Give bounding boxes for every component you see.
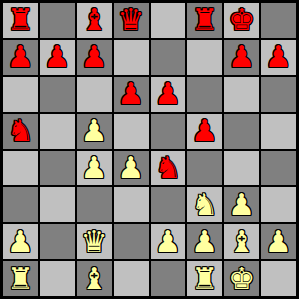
red-pawn-icon[interactable]: ♟ xyxy=(81,42,108,72)
square-f7[interactable] xyxy=(187,40,222,75)
yellow-pawn-icon[interactable]: ♟ xyxy=(81,153,108,183)
square-e8[interactable] xyxy=(151,3,186,38)
square-f6[interactable] xyxy=(187,77,222,112)
square-e3[interactable] xyxy=(151,187,186,222)
square-b4[interactable] xyxy=(40,151,75,186)
square-e6[interactable]: ♟ xyxy=(151,77,186,112)
square-e4[interactable]: ♞ xyxy=(151,151,186,186)
square-e1[interactable] xyxy=(151,261,186,296)
red-knight-icon[interactable]: ♞ xyxy=(7,116,34,146)
red-pawn-icon[interactable]: ♟ xyxy=(44,42,71,72)
yellow-pawn-icon[interactable]: ♟ xyxy=(118,153,145,183)
red-pawn-icon[interactable]: ♟ xyxy=(154,79,181,109)
square-b7[interactable]: ♟ xyxy=(40,40,75,75)
square-c1[interactable]: ♝ xyxy=(77,261,112,296)
square-h5[interactable] xyxy=(261,114,296,149)
square-g8[interactable]: ♚ xyxy=(224,3,259,38)
square-a6[interactable] xyxy=(3,77,38,112)
square-a2[interactable]: ♟ xyxy=(3,224,38,259)
chess-board: ♜♝♛♜♚♟♟♟♟♟♟♟♞♟♟♟♟♞♞♟♟♛♟♟♝♟♜♝♜♚ xyxy=(0,0,299,299)
square-c2[interactable]: ♛ xyxy=(77,224,112,259)
square-b5[interactable] xyxy=(40,114,75,149)
yellow-rook-icon[interactable]: ♜ xyxy=(191,264,218,294)
square-f2[interactable]: ♟ xyxy=(187,224,222,259)
red-rook-icon[interactable]: ♜ xyxy=(191,5,218,35)
square-g2[interactable]: ♝ xyxy=(224,224,259,259)
red-pawn-icon[interactable]: ♟ xyxy=(191,116,218,146)
square-h2[interactable]: ♟ xyxy=(261,224,296,259)
square-b8[interactable] xyxy=(40,3,75,38)
square-c4[interactable]: ♟ xyxy=(77,151,112,186)
square-h7[interactable]: ♟ xyxy=(261,40,296,75)
yellow-pawn-icon[interactable]: ♟ xyxy=(81,116,108,146)
red-pawn-icon[interactable]: ♟ xyxy=(228,42,255,72)
red-knight-icon[interactable]: ♞ xyxy=(154,153,181,183)
square-a1[interactable]: ♜ xyxy=(3,261,38,296)
square-g5[interactable] xyxy=(224,114,259,149)
yellow-pawn-icon[interactable]: ♟ xyxy=(265,227,292,257)
square-b3[interactable] xyxy=(40,187,75,222)
square-e5[interactable] xyxy=(151,114,186,149)
square-g7[interactable]: ♟ xyxy=(224,40,259,75)
square-b1[interactable] xyxy=(40,261,75,296)
yellow-pawn-icon[interactable]: ♟ xyxy=(191,227,218,257)
square-h1[interactable] xyxy=(261,261,296,296)
red-bishop-icon[interactable]: ♝ xyxy=(81,5,108,35)
square-a8[interactable]: ♜ xyxy=(3,3,38,38)
square-g4[interactable] xyxy=(224,151,259,186)
square-h3[interactable] xyxy=(261,187,296,222)
square-d6[interactable]: ♟ xyxy=(114,77,149,112)
square-h4[interactable] xyxy=(261,151,296,186)
square-e7[interactable] xyxy=(151,40,186,75)
red-pawn-icon[interactable]: ♟ xyxy=(7,42,34,72)
square-f3[interactable]: ♞ xyxy=(187,187,222,222)
square-g1[interactable]: ♚ xyxy=(224,261,259,296)
yellow-pawn-icon[interactable]: ♟ xyxy=(7,227,34,257)
red-queen-icon[interactable]: ♛ xyxy=(118,5,145,35)
red-rook-icon[interactable]: ♜ xyxy=(7,5,34,35)
red-king-icon[interactable]: ♚ xyxy=(228,5,255,35)
square-d4[interactable]: ♟ xyxy=(114,151,149,186)
yellow-bishop-icon[interactable]: ♝ xyxy=(81,264,108,294)
square-h6[interactable] xyxy=(261,77,296,112)
red-pawn-icon[interactable]: ♟ xyxy=(265,42,292,72)
square-d5[interactable] xyxy=(114,114,149,149)
square-d3[interactable] xyxy=(114,187,149,222)
square-c6[interactable] xyxy=(77,77,112,112)
square-h8[interactable] xyxy=(261,3,296,38)
square-b6[interactable] xyxy=(40,77,75,112)
square-f1[interactable]: ♜ xyxy=(187,261,222,296)
square-g6[interactable] xyxy=(224,77,259,112)
yellow-rook-icon[interactable]: ♜ xyxy=(7,264,34,294)
yellow-king-icon[interactable]: ♚ xyxy=(228,264,255,294)
square-a5[interactable]: ♞ xyxy=(3,114,38,149)
square-d1[interactable] xyxy=(114,261,149,296)
chess-app: ♜♝♛♜♚♟♟♟♟♟♟♟♞♟♟♟♟♞♞♟♟♛♟♟♝♟♜♝♜♚ xyxy=(0,0,299,299)
square-b2[interactable] xyxy=(40,224,75,259)
yellow-bishop-icon[interactable]: ♝ xyxy=(228,227,255,257)
square-g3[interactable]: ♟ xyxy=(224,187,259,222)
square-c3[interactable] xyxy=(77,187,112,222)
square-c5[interactable]: ♟ xyxy=(77,114,112,149)
square-c8[interactable]: ♝ xyxy=(77,3,112,38)
yellow-queen-icon[interactable]: ♛ xyxy=(81,227,108,257)
yellow-pawn-icon[interactable]: ♟ xyxy=(154,227,181,257)
yellow-pawn-icon[interactable]: ♟ xyxy=(228,190,255,220)
square-f5[interactable]: ♟ xyxy=(187,114,222,149)
square-a3[interactable] xyxy=(3,187,38,222)
square-e2[interactable]: ♟ xyxy=(151,224,186,259)
square-d8[interactable]: ♛ xyxy=(114,3,149,38)
square-f4[interactable] xyxy=(187,151,222,186)
yellow-knight-icon[interactable]: ♞ xyxy=(191,190,218,220)
square-d2[interactable] xyxy=(114,224,149,259)
square-a4[interactable] xyxy=(3,151,38,186)
square-f8[interactable]: ♜ xyxy=(187,3,222,38)
red-pawn-icon[interactable]: ♟ xyxy=(118,79,145,109)
square-d7[interactable] xyxy=(114,40,149,75)
square-a7[interactable]: ♟ xyxy=(3,40,38,75)
square-c7[interactable]: ♟ xyxy=(77,40,112,75)
